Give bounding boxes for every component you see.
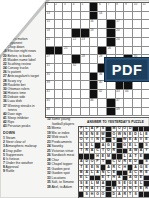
puzzle-cell (81, 73, 90, 82)
cell-number: 42 (99, 90, 102, 93)
clue-item: 10 Some young football players (47, 117, 78, 126)
puzzle-cell (107, 81, 116, 90)
puzzle-cell (55, 12, 64, 21)
cell-number: 3 (64, 3, 66, 6)
puzzle-cell (55, 81, 64, 90)
puzzle-cell (133, 12, 142, 21)
black-cell (107, 29, 116, 38)
puzzle-cell (142, 12, 149, 21)
puzzle-cell: 11 (142, 3, 149, 12)
cell-number: 45 (47, 99, 50, 102)
puzzle-cell (55, 90, 64, 99)
puzzle-cell (142, 90, 149, 99)
puzzle-cell: 22 (72, 38, 81, 47)
clue-item: 43 Peruvian peaks (3, 124, 44, 128)
puzzle-cell (63, 20, 72, 29)
clue-column-across: 13 Boat's motion14 Opponent17 Chop down1… (3, 37, 44, 196)
puzzle-cell: 9 (124, 3, 133, 12)
puzzle-cell (72, 12, 81, 21)
puzzle-cell (81, 108, 90, 117)
cell-number: 16 (90, 20, 93, 23)
puzzle-cell (107, 90, 116, 99)
puzzle-cell (81, 81, 90, 90)
puzzle-cell (124, 99, 133, 108)
black-cell (107, 99, 116, 108)
puzzle-cell (133, 81, 142, 90)
black-cell (107, 20, 116, 29)
puzzle-cell (90, 47, 99, 56)
cell-number: 6 (99, 3, 101, 6)
puzzle-cell (116, 47, 125, 56)
puzzle-cell (81, 90, 90, 99)
puzzle-cell: 42 (98, 90, 107, 99)
puzzle-cell (81, 12, 90, 21)
cell-number: 4 (73, 3, 75, 6)
puzzle-cell (133, 90, 142, 99)
puzzle-cell (81, 20, 90, 29)
puzzle-cell: 28 (81, 55, 90, 64)
puzzle-cell (142, 47, 149, 56)
puzzle-cell (142, 20, 149, 29)
puzzle-cell (142, 99, 149, 108)
cell-number: 19 (90, 29, 93, 32)
puzzle-cell (90, 108, 99, 117)
cell-number: 23 (81, 38, 84, 41)
cell-number: 44 (125, 90, 128, 93)
black-cell (90, 81, 99, 90)
across-clue-list: 13 Boat's motion14 Opponent17 Chop down1… (3, 37, 44, 128)
cell-number: 18 (47, 29, 50, 32)
pdf-badge[interactable]: PDF (104, 57, 149, 82)
puzzle-cell (98, 29, 107, 38)
puzzle-cell (55, 73, 64, 82)
puzzle-cell: 32 (72, 64, 81, 73)
black-cell (90, 3, 99, 12)
puzzle-cell (124, 20, 133, 29)
puzzle-cell (90, 38, 99, 47)
black-cell (55, 47, 64, 56)
puzzle-cell (81, 64, 90, 73)
puzzle-cell (63, 29, 72, 38)
puzzle-cell: 23 (81, 38, 90, 47)
clue-item: 26 Sandwich meat (47, 153, 78, 158)
cell-number: 31 (47, 64, 50, 67)
puzzle-cell: 24 (116, 38, 125, 47)
cell-number: 10 (134, 3, 137, 6)
puzzle-cell: 46 (90, 99, 99, 108)
puzzle-cell (72, 47, 81, 56)
puzzle-cell: 26 (107, 47, 116, 56)
puzzle-cell: 5 (81, 3, 90, 12)
cell-number: 17 (116, 20, 119, 23)
puzzle-cell (81, 99, 90, 108)
answer-grid-container: FLAPSMOODRENEWOWNEDLEOVINESWEAVESELAGEGE… (78, 126, 149, 198)
cell-number: 26 (108, 47, 111, 50)
puzzle-cell: 4 (72, 3, 81, 12)
puzzle-cell: 25 (63, 47, 72, 56)
puzzle-cell (133, 108, 142, 117)
puzzle-cell (107, 12, 116, 21)
puzzle-cell (55, 99, 64, 108)
puzzle-cell (98, 20, 107, 29)
cell-number: 39 (47, 81, 50, 84)
puzzle-cell (63, 108, 72, 117)
puzzle-cell (72, 108, 81, 117)
cell-number: 24 (116, 38, 119, 41)
puzzle-cell: 44 (124, 90, 133, 99)
puzzle-cell: 10 (133, 3, 142, 12)
puzzle-cell (55, 38, 64, 47)
puzzle-cell (63, 90, 72, 99)
puzzle-cell (63, 55, 72, 64)
cell-number: 20 (116, 29, 119, 32)
cell-number: 28 (81, 55, 84, 58)
puzzle-cell (55, 20, 64, 29)
cell-number: 8 (116, 3, 118, 6)
cell-number: 46 (90, 99, 93, 102)
puzzle-cell (90, 55, 99, 64)
puzzle-cell: 21 (46, 38, 55, 47)
black-cell (144, 192, 149, 197)
puzzle-cell (63, 64, 72, 73)
crossword-page-thumbnail[interactable]: 13 Boat's motion14 Opponent17 Chop down1… (0, 0, 149, 198)
puzzle-cell: 3 (63, 3, 72, 12)
puzzle-cell (55, 55, 64, 64)
cell-number: 43 (116, 90, 119, 93)
cell-number: 25 (64, 47, 67, 50)
puzzle-cell (72, 81, 81, 90)
puzzle-cell (63, 12, 72, 21)
cell-number: 36 (99, 73, 102, 76)
cell-number: 27 (47, 55, 50, 58)
puzzle-cell: 19 (90, 29, 99, 38)
cell-number: 11 (143, 3, 146, 6)
cell-number: 13 (47, 12, 50, 15)
puzzle-cell (124, 38, 133, 47)
puzzle-cell (98, 38, 107, 47)
puzzle-cell (55, 29, 64, 38)
puzzle-cell (124, 29, 133, 38)
puzzle-cell (90, 64, 99, 73)
clue-item: 35 Salt, to Simone (47, 180, 78, 185)
puzzle-cell (133, 29, 142, 38)
puzzle-cell (98, 108, 107, 117)
cell-number: 47 (116, 99, 119, 102)
puzzle-cell (72, 20, 81, 29)
cell-number: 5 (81, 3, 83, 6)
cell-number: 48 (47, 108, 50, 111)
clue-column-down-continued: 10 Some young football players15 Memo19 … (47, 117, 78, 198)
puzzle-cell (63, 99, 72, 108)
cell-number: 32 (73, 64, 76, 67)
black-cell (107, 108, 116, 117)
cell-number: 29 (99, 55, 102, 58)
puzzle-cell (124, 108, 133, 117)
puzzle-cell (133, 99, 142, 108)
clue-item: 9 Rattle (3, 169, 44, 173)
puzzle-cell (55, 108, 64, 117)
puzzle-cell (72, 73, 81, 82)
puzzle-cell (142, 38, 149, 47)
puzzle-cell: 48 (46, 108, 55, 117)
puzzle-cell (133, 38, 142, 47)
puzzle-cell: 8 (116, 3, 125, 12)
cell-number: 2 (55, 3, 57, 6)
puzzle-cell (142, 81, 149, 90)
puzzle-cell (133, 20, 142, 29)
puzzle-cell (142, 108, 149, 117)
cell-number: 9 (125, 3, 127, 6)
puzzle-cell: 7 (107, 3, 116, 12)
puzzle-cell (55, 64, 64, 73)
cell-number: 15 (47, 20, 50, 23)
puzzle-cell: 2 (55, 3, 64, 12)
answer-grid: FLAPSMOODRENEWOWNEDLEOVINESWEAVESELAGEGE… (79, 127, 149, 198)
cell-number: 22 (73, 38, 76, 41)
puzzle-cell (124, 47, 133, 56)
puzzle-cell (142, 29, 149, 38)
cell-number: 21 (47, 38, 50, 41)
puzzle-cell (63, 73, 72, 82)
black-cell (90, 73, 99, 82)
cell-number: 35 (47, 73, 50, 76)
cell-number: 41 (47, 90, 50, 93)
down-header: DOWN (3, 131, 44, 135)
puzzle-cell (98, 99, 107, 108)
clue-item: 27 Anticoagulant's target (3, 74, 44, 78)
cell-number: 49 (116, 108, 119, 111)
cell-number: 14 (99, 12, 102, 15)
answer-header: ANSWER TO YESTERDAY'S PUZZLE (82, 120, 149, 124)
cell-number: 40 (99, 81, 102, 84)
puzzle-cell: 49 (116, 108, 125, 117)
down-clue-list: 1 Steam2 Steer clear of3 Atmospheric mak… (3, 136, 44, 173)
puzzle-cell (72, 99, 81, 108)
clue-item: 39 Abel, to Adam (47, 185, 78, 190)
puzzle-cell (63, 81, 72, 90)
cell-number: 7 (108, 3, 110, 6)
puzzle-cell (124, 12, 133, 21)
puzzle-cell (72, 90, 81, 99)
clue-item: 37 Winning streaks in tennis (3, 104, 44, 112)
puzzle-cell: 14 (98, 12, 107, 21)
